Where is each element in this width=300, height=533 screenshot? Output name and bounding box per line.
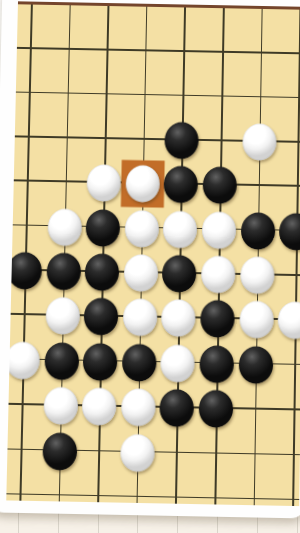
white-stone <box>82 388 117 426</box>
white-stone <box>202 211 237 249</box>
white-stone <box>47 208 82 246</box>
white-stone <box>160 344 195 382</box>
black-stone <box>85 253 120 291</box>
go-board[interactable] <box>6 1 300 506</box>
photo-card <box>0 0 300 518</box>
black-stone <box>165 122 200 160</box>
white-stone <box>201 256 236 294</box>
white-stone <box>161 300 196 338</box>
white-stone <box>87 165 122 203</box>
white-stone <box>240 256 275 294</box>
grid-line-h <box>16 91 300 98</box>
white-stone <box>121 388 156 426</box>
black-stone <box>200 300 235 338</box>
black-stone <box>279 213 300 251</box>
white-stone <box>239 301 274 339</box>
black-stone <box>199 345 234 383</box>
black-stone <box>83 343 118 381</box>
white-stone <box>123 254 158 292</box>
white-stone <box>45 297 80 335</box>
black-stone <box>164 166 199 204</box>
grid-line-h <box>17 47 300 54</box>
black-stone <box>84 298 119 336</box>
black-stone <box>122 344 157 382</box>
black-stone <box>160 389 195 427</box>
screen <box>0 0 300 533</box>
black-stone <box>162 255 197 293</box>
black-stone <box>42 432 77 470</box>
black-stone <box>7 252 42 290</box>
black-stone <box>238 346 273 384</box>
white-stone <box>163 210 198 248</box>
white-stone <box>124 210 159 248</box>
white-stone <box>123 299 158 337</box>
black-stone <box>86 209 121 247</box>
black-stone <box>46 253 81 291</box>
white-stone <box>6 341 40 379</box>
black-stone <box>199 390 234 428</box>
white-stone <box>278 302 300 340</box>
black-stone <box>44 342 79 380</box>
grid-line-v <box>292 10 300 506</box>
white-stone <box>120 433 155 471</box>
grid-line-h <box>6 493 299 500</box>
black-stone <box>240 212 275 250</box>
white-stone <box>242 123 277 161</box>
white-stone <box>43 387 78 425</box>
black-stone <box>202 167 237 205</box>
